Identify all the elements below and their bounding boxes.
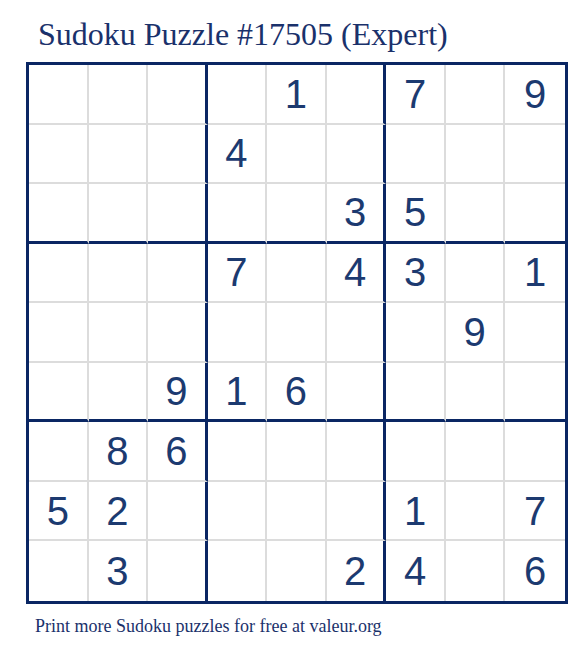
cell-r8c5[interactable] bbox=[267, 482, 327, 542]
cell-r9c4[interactable] bbox=[208, 541, 268, 601]
cell-r5c8[interactable]: 9 bbox=[446, 303, 506, 363]
cell-r2c7[interactable] bbox=[386, 125, 446, 185]
cell-r8c2[interactable]: 2 bbox=[89, 482, 149, 542]
cell-r2c3[interactable] bbox=[148, 125, 208, 185]
cell-r1c6[interactable] bbox=[327, 65, 387, 125]
cell-r6c6[interactable] bbox=[327, 363, 387, 423]
cell-r1c2[interactable] bbox=[89, 65, 149, 125]
cell-r6c5[interactable]: 6 bbox=[267, 363, 327, 423]
cell-r4c7[interactable]: 3 bbox=[386, 244, 446, 304]
cell-r1c4[interactable] bbox=[208, 65, 268, 125]
cell-r9c6[interactable]: 2 bbox=[327, 541, 387, 601]
cell-r5c5[interactable] bbox=[267, 303, 327, 363]
cell-r1c1[interactable] bbox=[29, 65, 89, 125]
cell-r2c5[interactable] bbox=[267, 125, 327, 185]
cell-r3c7[interactable]: 5 bbox=[386, 184, 446, 244]
cell-r7c6[interactable] bbox=[327, 422, 387, 482]
sudoku-board: 179435743199168652173246 bbox=[26, 62, 568, 604]
cell-r3c9[interactable] bbox=[505, 184, 565, 244]
footer-text: Print more Sudoku puzzles for free at va… bbox=[35, 616, 382, 638]
cell-r8c1[interactable]: 5 bbox=[29, 482, 89, 542]
cell-r3c1[interactable] bbox=[29, 184, 89, 244]
cell-r6c4[interactable]: 1 bbox=[208, 363, 268, 423]
cell-r4c4[interactable]: 7 bbox=[208, 244, 268, 304]
cell-r6c2[interactable] bbox=[89, 363, 149, 423]
cell-r9c7[interactable]: 4 bbox=[386, 541, 446, 601]
cell-r9c8[interactable] bbox=[446, 541, 506, 601]
cell-r7c5[interactable] bbox=[267, 422, 327, 482]
cell-r7c9[interactable] bbox=[505, 422, 565, 482]
cell-r4c8[interactable] bbox=[446, 244, 506, 304]
cell-r2c1[interactable] bbox=[29, 125, 89, 185]
cell-r5c6[interactable] bbox=[327, 303, 387, 363]
cell-r3c5[interactable] bbox=[267, 184, 327, 244]
cell-r1c8[interactable] bbox=[446, 65, 506, 125]
cell-r7c7[interactable] bbox=[386, 422, 446, 482]
cell-r8c9[interactable]: 7 bbox=[505, 482, 565, 542]
cell-r7c4[interactable] bbox=[208, 422, 268, 482]
cell-r2c8[interactable] bbox=[446, 125, 506, 185]
cell-r5c7[interactable] bbox=[386, 303, 446, 363]
cell-r4c3[interactable] bbox=[148, 244, 208, 304]
cell-r6c1[interactable] bbox=[29, 363, 89, 423]
cell-r3c6[interactable]: 3 bbox=[327, 184, 387, 244]
cell-r2c9[interactable] bbox=[505, 125, 565, 185]
cell-r9c3[interactable] bbox=[148, 541, 208, 601]
cell-r8c4[interactable] bbox=[208, 482, 268, 542]
cell-r9c5[interactable] bbox=[267, 541, 327, 601]
sudoku-page: Sudoku Puzzle #17505 (Expert) 1794357431… bbox=[0, 0, 580, 651]
cell-r7c2[interactable]: 8 bbox=[89, 422, 149, 482]
page-title: Sudoku Puzzle #17505 (Expert) bbox=[38, 17, 448, 52]
cell-r2c2[interactable] bbox=[89, 125, 149, 185]
cell-r3c2[interactable] bbox=[89, 184, 149, 244]
cell-r1c9[interactable]: 9 bbox=[505, 65, 565, 125]
cell-r1c3[interactable] bbox=[148, 65, 208, 125]
cell-r6c7[interactable] bbox=[386, 363, 446, 423]
cell-r6c8[interactable] bbox=[446, 363, 506, 423]
cell-r2c4[interactable]: 4 bbox=[208, 125, 268, 185]
cell-r3c3[interactable] bbox=[148, 184, 208, 244]
cell-r7c1[interactable] bbox=[29, 422, 89, 482]
cell-r9c2[interactable]: 3 bbox=[89, 541, 149, 601]
cell-r9c1[interactable] bbox=[29, 541, 89, 601]
cell-r5c9[interactable] bbox=[505, 303, 565, 363]
cell-r1c5[interactable]: 1 bbox=[267, 65, 327, 125]
cell-r4c1[interactable] bbox=[29, 244, 89, 304]
cell-r5c3[interactable] bbox=[148, 303, 208, 363]
cell-r3c4[interactable] bbox=[208, 184, 268, 244]
cell-r3c8[interactable] bbox=[446, 184, 506, 244]
cell-r7c3[interactable]: 6 bbox=[148, 422, 208, 482]
cell-r1c7[interactable]: 7 bbox=[386, 65, 446, 125]
cell-r9c9[interactable]: 6 bbox=[505, 541, 565, 601]
cell-r5c4[interactable] bbox=[208, 303, 268, 363]
cell-r4c5[interactable] bbox=[267, 244, 327, 304]
cell-r5c2[interactable] bbox=[89, 303, 149, 363]
cell-r8c3[interactable] bbox=[148, 482, 208, 542]
cell-r6c3[interactable]: 9 bbox=[148, 363, 208, 423]
cell-r7c8[interactable] bbox=[446, 422, 506, 482]
cell-r2c6[interactable] bbox=[327, 125, 387, 185]
cell-r4c9[interactable]: 1 bbox=[505, 244, 565, 304]
cell-r4c2[interactable] bbox=[89, 244, 149, 304]
cell-r4c6[interactable]: 4 bbox=[327, 244, 387, 304]
cell-r8c7[interactable]: 1 bbox=[386, 482, 446, 542]
cell-r8c6[interactable] bbox=[327, 482, 387, 542]
cell-r8c8[interactable] bbox=[446, 482, 506, 542]
cell-r6c9[interactable] bbox=[505, 363, 565, 423]
cell-r5c1[interactable] bbox=[29, 303, 89, 363]
